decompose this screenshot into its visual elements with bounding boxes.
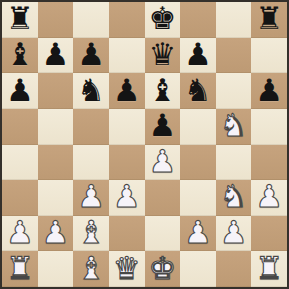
piece-white-pawn[interactable]: ♟ bbox=[220, 217, 248, 248]
piece-white-pawn[interactable]: ♟ bbox=[148, 146, 176, 177]
square-h8[interactable]: ♜ bbox=[251, 2, 287, 38]
piece-white-bishop[interactable]: ♝ bbox=[77, 217, 105, 248]
square-h5[interactable] bbox=[251, 109, 287, 145]
square-f4[interactable] bbox=[180, 145, 216, 181]
piece-black-pawn[interactable]: ♟ bbox=[6, 75, 34, 106]
square-g7[interactable] bbox=[216, 38, 252, 74]
square-e3[interactable] bbox=[145, 180, 181, 216]
square-d1[interactable]: ♛ bbox=[109, 251, 145, 287]
square-g4[interactable] bbox=[216, 145, 252, 181]
square-e7[interactable]: ♛ bbox=[145, 38, 181, 74]
square-a2[interactable]: ♟ bbox=[2, 216, 38, 252]
square-f2[interactable]: ♟ bbox=[180, 216, 216, 252]
square-a8[interactable]: ♜ bbox=[2, 2, 38, 38]
square-a4[interactable] bbox=[2, 145, 38, 181]
piece-white-king[interactable]: ♚ bbox=[148, 253, 176, 284]
square-b6[interactable] bbox=[38, 73, 74, 109]
square-h4[interactable] bbox=[251, 145, 287, 181]
square-g8[interactable] bbox=[216, 2, 252, 38]
square-b7[interactable]: ♟ bbox=[38, 38, 74, 74]
square-e4[interactable]: ♟ bbox=[145, 145, 181, 181]
piece-white-knight[interactable]: ♞ bbox=[220, 181, 248, 212]
piece-black-pawn[interactable]: ♟ bbox=[148, 110, 176, 141]
square-a7[interactable]: ♝ bbox=[2, 38, 38, 74]
square-c3[interactable]: ♟ bbox=[73, 180, 109, 216]
square-g3[interactable]: ♞ bbox=[216, 180, 252, 216]
square-g2[interactable]: ♟ bbox=[216, 216, 252, 252]
square-f7[interactable]: ♟ bbox=[180, 38, 216, 74]
square-b8[interactable] bbox=[38, 2, 74, 38]
square-c4[interactable] bbox=[73, 145, 109, 181]
square-d5[interactable] bbox=[109, 109, 145, 145]
piece-white-rook[interactable]: ♜ bbox=[255, 253, 283, 284]
chess-board: ♜♚♜♝♟♟♛♟♟♞♟♝♞♟♟♞♟♟♟♞♟♟♟♝♟♟♜♝♛♚♜ bbox=[0, 0, 289, 289]
square-e6[interactable]: ♝ bbox=[145, 73, 181, 109]
piece-white-pawn[interactable]: ♟ bbox=[184, 217, 212, 248]
square-h3[interactable]: ♟ bbox=[251, 180, 287, 216]
square-b3[interactable] bbox=[38, 180, 74, 216]
square-c8[interactable] bbox=[73, 2, 109, 38]
piece-white-pawn[interactable]: ♟ bbox=[113, 181, 141, 212]
piece-black-pawn[interactable]: ♟ bbox=[77, 39, 105, 70]
square-d6[interactable]: ♟ bbox=[109, 73, 145, 109]
square-c2[interactable]: ♝ bbox=[73, 216, 109, 252]
piece-white-pawn[interactable]: ♟ bbox=[77, 181, 105, 212]
square-a1[interactable]: ♜ bbox=[2, 251, 38, 287]
piece-white-pawn[interactable]: ♟ bbox=[42, 217, 70, 248]
piece-black-pawn[interactable]: ♟ bbox=[113, 75, 141, 106]
square-c1[interactable]: ♝ bbox=[73, 251, 109, 287]
square-g6[interactable] bbox=[216, 73, 252, 109]
square-d8[interactable] bbox=[109, 2, 145, 38]
square-b2[interactable]: ♟ bbox=[38, 216, 74, 252]
square-c7[interactable]: ♟ bbox=[73, 38, 109, 74]
piece-black-knight[interactable]: ♞ bbox=[77, 75, 105, 106]
square-d3[interactable]: ♟ bbox=[109, 180, 145, 216]
piece-black-queen[interactable]: ♛ bbox=[148, 39, 176, 70]
square-f3[interactable] bbox=[180, 180, 216, 216]
square-e1[interactable]: ♚ bbox=[145, 251, 181, 287]
square-f6[interactable]: ♞ bbox=[180, 73, 216, 109]
square-h6[interactable]: ♟ bbox=[251, 73, 287, 109]
piece-white-queen[interactable]: ♛ bbox=[113, 253, 141, 284]
square-d2[interactable] bbox=[109, 216, 145, 252]
square-b1[interactable] bbox=[38, 251, 74, 287]
square-e5[interactable]: ♟ bbox=[145, 109, 181, 145]
square-b4[interactable] bbox=[38, 145, 74, 181]
piece-black-rook[interactable]: ♜ bbox=[6, 3, 34, 34]
square-a5[interactable] bbox=[2, 109, 38, 145]
square-a6[interactable]: ♟ bbox=[2, 73, 38, 109]
square-d4[interactable] bbox=[109, 145, 145, 181]
piece-black-rook[interactable]: ♜ bbox=[255, 3, 283, 34]
piece-white-bishop[interactable]: ♝ bbox=[77, 253, 105, 284]
piece-white-knight[interactable]: ♞ bbox=[220, 110, 248, 141]
piece-black-knight[interactable]: ♞ bbox=[184, 75, 212, 106]
piece-black-pawn[interactable]: ♟ bbox=[42, 39, 70, 70]
piece-black-bishop[interactable]: ♝ bbox=[6, 39, 34, 70]
square-a3[interactable] bbox=[2, 180, 38, 216]
square-h1[interactable]: ♜ bbox=[251, 251, 287, 287]
piece-black-bishop[interactable]: ♝ bbox=[148, 75, 176, 106]
square-c6[interactable]: ♞ bbox=[73, 73, 109, 109]
piece-black-pawn[interactable]: ♟ bbox=[255, 75, 283, 106]
square-c5[interactable] bbox=[73, 109, 109, 145]
square-h7[interactable] bbox=[251, 38, 287, 74]
square-g5[interactable]: ♞ bbox=[216, 109, 252, 145]
square-b5[interactable] bbox=[38, 109, 74, 145]
square-f5[interactable] bbox=[180, 109, 216, 145]
square-e8[interactable]: ♚ bbox=[145, 2, 181, 38]
piece-white-rook[interactable]: ♜ bbox=[6, 253, 34, 284]
square-f1[interactable] bbox=[180, 251, 216, 287]
square-h2[interactable] bbox=[251, 216, 287, 252]
square-d7[interactable] bbox=[109, 38, 145, 74]
piece-black-pawn[interactable]: ♟ bbox=[184, 39, 212, 70]
piece-white-pawn[interactable]: ♟ bbox=[6, 217, 34, 248]
square-f8[interactable] bbox=[180, 2, 216, 38]
square-e2[interactable] bbox=[145, 216, 181, 252]
piece-white-pawn[interactable]: ♟ bbox=[255, 181, 283, 212]
chess-board-container: ♜♚♜♝♟♟♛♟♟♞♟♝♞♟♟♞♟♟♟♞♟♟♟♝♟♟♜♝♛♚♜ bbox=[0, 0, 289, 289]
piece-black-king[interactable]: ♚ bbox=[148, 3, 176, 34]
square-g1[interactable] bbox=[216, 251, 252, 287]
